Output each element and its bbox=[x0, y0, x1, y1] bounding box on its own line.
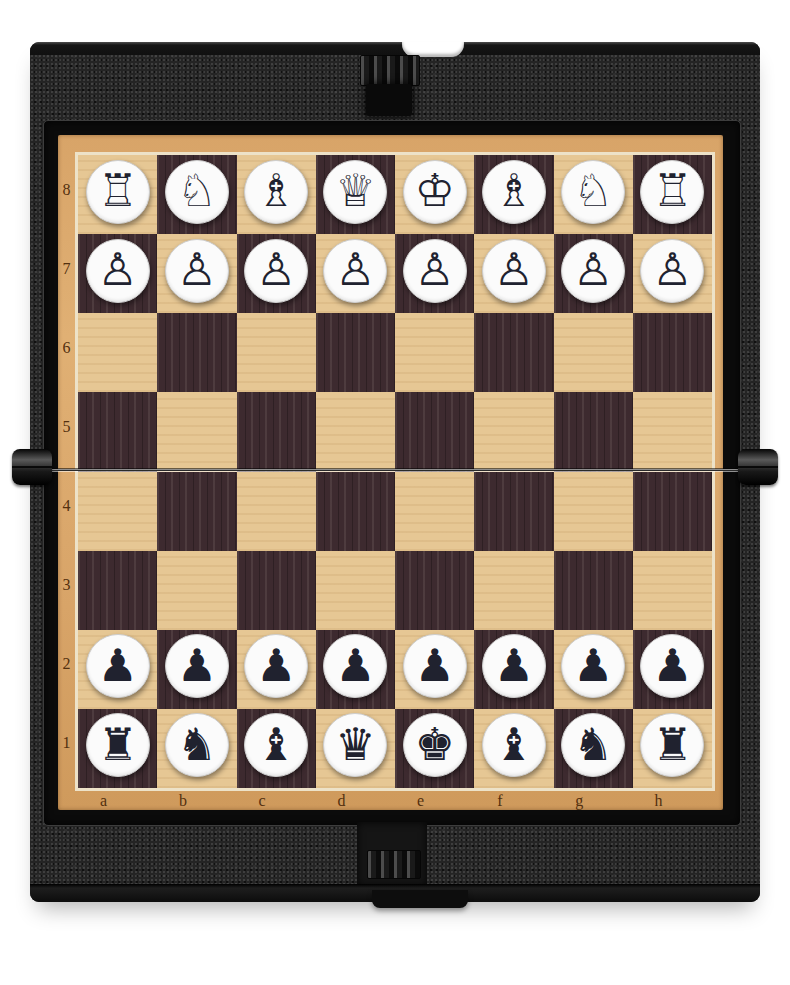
square-c1[interactable]: ♝ bbox=[237, 709, 316, 788]
piece-white-pawn[interactable]: ♙ bbox=[86, 239, 150, 303]
rank-label-4: 4 bbox=[58, 467, 75, 546]
white-bishop-glyph: ♗ bbox=[256, 168, 296, 213]
piece-black-pawn[interactable]: ♟ bbox=[640, 634, 704, 698]
piece-white-knight[interactable]: ♘ bbox=[165, 160, 229, 224]
black-pawn-glyph: ♟ bbox=[256, 643, 296, 688]
square-d8[interactable]: ♕ bbox=[316, 155, 395, 234]
piece-black-knight[interactable]: ♞ bbox=[165, 713, 229, 777]
white-pawn-glyph: ♙ bbox=[494, 247, 534, 292]
square-f4[interactable] bbox=[474, 472, 553, 551]
square-d1[interactable]: ♛ bbox=[316, 709, 395, 788]
piece-black-pawn[interactable]: ♟ bbox=[561, 634, 625, 698]
black-queen-glyph: ♛ bbox=[335, 722, 375, 767]
black-pawn-glyph: ♟ bbox=[335, 643, 375, 688]
piece-white-bishop[interactable]: ♗ bbox=[482, 160, 546, 224]
white-king-glyph: ♔ bbox=[414, 168, 454, 213]
square-a2[interactable]: ♟ bbox=[78, 630, 157, 709]
piece-black-knight[interactable]: ♞ bbox=[561, 713, 625, 777]
piece-white-bishop[interactable]: ♗ bbox=[244, 160, 308, 224]
rank-label-6: 6 bbox=[58, 308, 75, 387]
rank-label-1: 1 bbox=[58, 704, 75, 783]
latch-top[interactable] bbox=[360, 55, 420, 86]
file-label-d: d bbox=[302, 791, 381, 810]
hinge-right bbox=[738, 449, 778, 485]
black-rook-glyph: ♜ bbox=[652, 722, 692, 767]
piece-black-pawn[interactable]: ♟ bbox=[86, 634, 150, 698]
black-bishop-glyph: ♝ bbox=[494, 722, 534, 767]
piece-white-pawn[interactable]: ♙ bbox=[561, 239, 625, 303]
square-b5[interactable] bbox=[157, 392, 236, 471]
square-e3[interactable] bbox=[395, 551, 474, 630]
square-e8[interactable]: ♔ bbox=[395, 155, 474, 234]
case-top-edge bbox=[30, 42, 760, 55]
white-bishop-glyph: ♗ bbox=[494, 168, 534, 213]
square-c7[interactable]: ♙ bbox=[237, 234, 316, 313]
square-h3[interactable] bbox=[633, 551, 712, 630]
square-e7[interactable]: ♙ bbox=[395, 234, 474, 313]
square-b6[interactable] bbox=[157, 313, 236, 392]
black-pawn-glyph: ♟ bbox=[494, 643, 534, 688]
white-knight-glyph: ♘ bbox=[177, 168, 217, 213]
square-d4[interactable] bbox=[316, 472, 395, 551]
square-f7[interactable]: ♙ bbox=[474, 234, 553, 313]
piece-white-pawn[interactable]: ♙ bbox=[640, 239, 704, 303]
square-e4[interactable] bbox=[395, 472, 474, 551]
square-f5[interactable] bbox=[474, 392, 553, 471]
black-rook-glyph: ♜ bbox=[97, 722, 137, 767]
piece-white-pawn[interactable]: ♙ bbox=[165, 239, 229, 303]
white-pawn-glyph: ♙ bbox=[652, 247, 692, 292]
file-label-c: c bbox=[223, 791, 302, 810]
square-b4[interactable] bbox=[157, 472, 236, 551]
white-pawn-glyph: ♙ bbox=[414, 247, 454, 292]
black-pawn-glyph: ♟ bbox=[573, 643, 613, 688]
black-pawn-glyph: ♟ bbox=[97, 643, 137, 688]
square-g3[interactable] bbox=[554, 551, 633, 630]
square-a5[interactable] bbox=[78, 392, 157, 471]
square-b8[interactable]: ♘ bbox=[157, 155, 236, 234]
piece-white-pawn[interactable]: ♙ bbox=[323, 239, 387, 303]
rank-label-2: 2 bbox=[58, 625, 75, 704]
square-g4[interactable] bbox=[554, 472, 633, 551]
white-pawn-glyph: ♙ bbox=[97, 247, 137, 292]
square-f8[interactable]: ♗ bbox=[474, 155, 553, 234]
white-pawn-glyph: ♙ bbox=[573, 247, 613, 292]
file-label-e: e bbox=[381, 791, 460, 810]
piece-white-pawn[interactable]: ♙ bbox=[482, 239, 546, 303]
fold-seam bbox=[43, 468, 741, 472]
piece-black-rook[interactable]: ♜ bbox=[640, 713, 704, 777]
piece-white-pawn[interactable]: ♙ bbox=[244, 239, 308, 303]
square-h7[interactable]: ♙ bbox=[633, 234, 712, 313]
rank-label-5: 5 bbox=[58, 387, 75, 466]
file-label-f: f bbox=[460, 791, 539, 810]
square-d3[interactable] bbox=[316, 551, 395, 630]
square-f1[interactable]: ♝ bbox=[474, 709, 553, 788]
square-a7[interactable]: ♙ bbox=[78, 234, 157, 313]
square-c5[interactable] bbox=[237, 392, 316, 471]
piece-white-rook[interactable]: ♖ bbox=[640, 160, 704, 224]
piece-white-queen[interactable]: ♕ bbox=[323, 160, 387, 224]
square-d2[interactable]: ♟ bbox=[316, 630, 395, 709]
square-a4[interactable] bbox=[78, 472, 157, 551]
square-h8[interactable]: ♖ bbox=[633, 155, 712, 234]
square-d7[interactable]: ♙ bbox=[316, 234, 395, 313]
square-c2[interactable]: ♟ bbox=[237, 630, 316, 709]
chess-board-frame: 87654321 abcdefgh ♖♘♗♕♔♗♘♖♙♙♙♙♙♙♙♙♟♟♟♟♟♟… bbox=[58, 135, 723, 810]
black-king-glyph: ♚ bbox=[414, 722, 454, 767]
square-b3[interactable] bbox=[157, 551, 236, 630]
square-g6[interactable] bbox=[554, 313, 633, 392]
square-e1[interactable]: ♚ bbox=[395, 709, 474, 788]
piece-black-bishop[interactable]: ♝ bbox=[244, 713, 308, 777]
file-label-g: g bbox=[540, 791, 619, 810]
square-a8[interactable]: ♖ bbox=[78, 155, 157, 234]
white-queen-glyph: ♕ bbox=[335, 168, 375, 213]
latch-top-slot bbox=[366, 84, 412, 116]
square-d5[interactable] bbox=[316, 392, 395, 471]
rank-label-3: 3 bbox=[58, 546, 75, 625]
case-bottom-tab bbox=[372, 890, 468, 908]
piece-white-pawn[interactable]: ♙ bbox=[403, 239, 467, 303]
product-photo: 87654321 abcdefgh ♖♘♗♕♔♗♘♖♙♙♙♙♙♙♙♙♟♟♟♟♟♟… bbox=[0, 0, 790, 985]
black-pawn-glyph: ♟ bbox=[652, 643, 692, 688]
piece-black-queen[interactable]: ♛ bbox=[323, 713, 387, 777]
square-f6[interactable] bbox=[474, 313, 553, 392]
square-g1[interactable]: ♞ bbox=[554, 709, 633, 788]
piece-white-rook[interactable]: ♖ bbox=[86, 160, 150, 224]
piece-black-rook[interactable]: ♜ bbox=[86, 713, 150, 777]
square-f3[interactable] bbox=[474, 551, 553, 630]
white-pawn-glyph: ♙ bbox=[335, 247, 375, 292]
square-g8[interactable]: ♘ bbox=[554, 155, 633, 234]
square-d6[interactable] bbox=[316, 313, 395, 392]
piece-black-bishop[interactable]: ♝ bbox=[482, 713, 546, 777]
hinge-left bbox=[12, 449, 52, 485]
piece-black-king[interactable]: ♚ bbox=[403, 713, 467, 777]
black-pawn-glyph: ♟ bbox=[414, 643, 454, 688]
square-b1[interactable]: ♞ bbox=[157, 709, 236, 788]
piece-black-pawn[interactable]: ♟ bbox=[323, 634, 387, 698]
latch-bottom[interactable] bbox=[367, 850, 421, 879]
square-a6[interactable] bbox=[78, 313, 157, 392]
square-b7[interactable]: ♙ bbox=[157, 234, 236, 313]
black-knight-glyph: ♞ bbox=[177, 722, 217, 767]
square-h4[interactable] bbox=[633, 472, 712, 551]
square-c3[interactable] bbox=[237, 551, 316, 630]
white-pawn-glyph: ♙ bbox=[256, 247, 296, 292]
black-pawn-glyph: ♟ bbox=[177, 643, 217, 688]
piece-white-knight[interactable]: ♘ bbox=[561, 160, 625, 224]
square-c8[interactable]: ♗ bbox=[237, 155, 316, 234]
file-label-b: b bbox=[143, 791, 222, 810]
square-h1[interactable]: ♜ bbox=[633, 709, 712, 788]
rank-label-7: 7 bbox=[58, 229, 75, 308]
square-h6[interactable] bbox=[633, 313, 712, 392]
square-a1[interactable]: ♜ bbox=[78, 709, 157, 788]
square-h5[interactable] bbox=[633, 392, 712, 471]
square-a3[interactable] bbox=[78, 551, 157, 630]
piece-white-king[interactable]: ♔ bbox=[403, 160, 467, 224]
square-e6[interactable] bbox=[395, 313, 474, 392]
square-g7[interactable]: ♙ bbox=[554, 234, 633, 313]
white-pawn-glyph: ♙ bbox=[177, 247, 217, 292]
rank-label-8: 8 bbox=[58, 150, 75, 229]
white-knight-glyph: ♘ bbox=[573, 168, 613, 213]
square-e2[interactable]: ♟ bbox=[395, 630, 474, 709]
square-b2[interactable]: ♟ bbox=[157, 630, 236, 709]
piece-black-pawn[interactable]: ♟ bbox=[244, 634, 308, 698]
file-label-a: a bbox=[64, 791, 143, 810]
black-bishop-glyph: ♝ bbox=[256, 722, 296, 767]
square-g5[interactable] bbox=[554, 392, 633, 471]
piece-black-pawn[interactable]: ♟ bbox=[403, 634, 467, 698]
black-knight-glyph: ♞ bbox=[573, 722, 613, 767]
square-c6[interactable] bbox=[237, 313, 316, 392]
square-h2[interactable]: ♟ bbox=[633, 630, 712, 709]
white-rook-glyph: ♖ bbox=[97, 168, 137, 213]
square-c4[interactable] bbox=[237, 472, 316, 551]
piece-black-pawn[interactable]: ♟ bbox=[165, 634, 229, 698]
white-rook-glyph: ♖ bbox=[652, 168, 692, 213]
square-e5[interactable] bbox=[395, 392, 474, 471]
square-f2[interactable]: ♟ bbox=[474, 630, 553, 709]
file-label-h: h bbox=[619, 791, 698, 810]
chess-case: 87654321 abcdefgh ♖♘♗♕♔♗♘♖♙♙♙♙♙♙♙♙♟♟♟♟♟♟… bbox=[30, 42, 760, 902]
square-g2[interactable]: ♟ bbox=[554, 630, 633, 709]
piece-black-pawn[interactable]: ♟ bbox=[482, 634, 546, 698]
file-labels: abcdefgh bbox=[78, 791, 712, 810]
